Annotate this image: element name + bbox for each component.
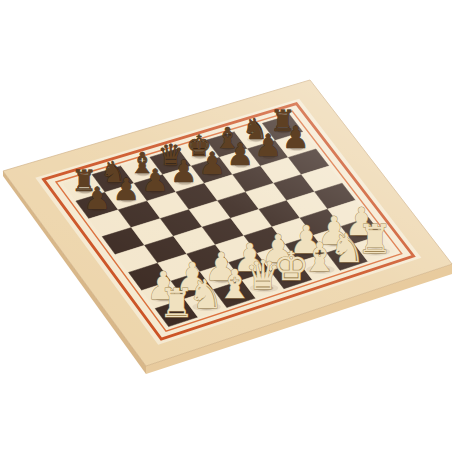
black-pawn-h7: ♟ — [282, 120, 309, 155]
black-pawn-f7: ♟ — [226, 137, 253, 172]
black-pawn-c7: ♟ — [141, 163, 168, 198]
white-rook-h1: ♜ — [357, 216, 393, 262]
black-pawn-d7: ♟ — [170, 154, 197, 189]
black-pawn-a7: ♟ — [83, 181, 110, 216]
chess-set-product-photo: ♜♞♝♛♚♝♞♜♟♟♟♟♟♟♟♟♟♟♟♟♟♟♟♟♜♞♝♛♚♝♞♜ — [0, 0, 457, 457]
black-pawn-e7: ♟ — [198, 146, 225, 181]
black-pawn-b7: ♟ — [113, 172, 140, 207]
chess-board: ♜♞♝♛♚♝♞♜♟♟♟♟♟♟♟♟♟♟♟♟♟♟♟♟♜♞♝♛♚♝♞♜ — [0, 0, 457, 457]
black-pawn-g7: ♟ — [254, 128, 281, 163]
